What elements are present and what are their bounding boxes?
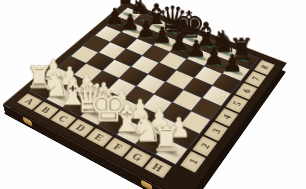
brass-latch bbox=[22, 116, 32, 126]
piece-base-shadow bbox=[119, 125, 144, 140]
piece-base-shadow bbox=[138, 134, 163, 150]
piece-base-shadow bbox=[100, 116, 124, 131]
piece-base-shadow bbox=[157, 144, 183, 160]
piece-base-shadow bbox=[198, 41, 220, 52]
chess-board: ABCDEFGH12345678 ♜♞♝♛♚♝♞♜♟♟♟♟♟♟♟♟♟♟♟♟♟♟♟… bbox=[3, 1, 287, 189]
piece-base-shadow bbox=[96, 94, 119, 108]
piece-base-shadow bbox=[224, 66, 247, 78]
piece-base-shadow bbox=[233, 55, 255, 67]
chess-set-photo: ABCDEFGH12345678 ♜♞♝♛♚♝♞♜♟♟♟♟♟♟♟♟♟♟♟♟♟♟♟… bbox=[0, 0, 306, 189]
board-top: ABCDEFGH12345678 ♜♞♝♛♚♝♞♜♟♟♟♟♟♟♟♟♟♟♟♟♟♟♟… bbox=[3, 1, 287, 189]
piece-base-shadow bbox=[62, 78, 84, 91]
